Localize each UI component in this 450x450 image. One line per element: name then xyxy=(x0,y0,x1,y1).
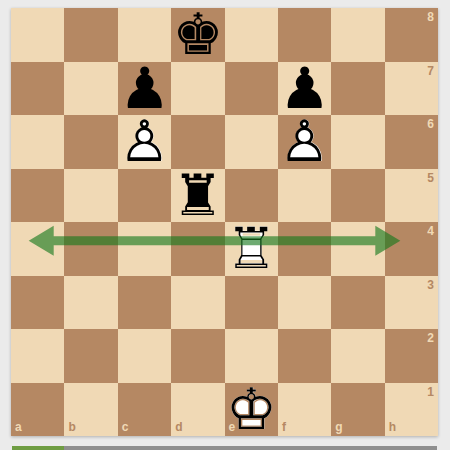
piece-outline-layer: ♔ xyxy=(225,383,278,437)
square-f7[interactable]: ♟ xyxy=(278,62,331,116)
square-a2[interactable] xyxy=(11,329,64,383)
square-g3[interactable] xyxy=(331,276,384,330)
square-h7[interactable]: 7 xyxy=(385,62,438,116)
square-d8[interactable]: ♚ xyxy=(171,8,224,62)
square-b3[interactable] xyxy=(64,276,117,330)
square-d2[interactable] xyxy=(171,329,224,383)
piece-fill-layer: ♚ xyxy=(171,8,224,62)
square-g6[interactable] xyxy=(331,115,384,169)
square-g7[interactable] xyxy=(331,62,384,116)
piece-white-rook[interactable]: ♜♖ xyxy=(225,222,278,276)
rank-label-5: 5 xyxy=(427,172,434,184)
piece-black-rook[interactable]: ♜ xyxy=(171,169,224,223)
square-g1[interactable]: g xyxy=(331,383,384,437)
piece-outline-layer: ♙ xyxy=(278,115,331,169)
square-h6[interactable]: 6 xyxy=(385,115,438,169)
square-c8[interactable] xyxy=(118,8,171,62)
file-label-b: b xyxy=(68,421,75,433)
square-c3[interactable] xyxy=(118,276,171,330)
square-e3[interactable] xyxy=(225,276,278,330)
square-f6[interactable]: ♟♙ xyxy=(278,115,331,169)
piece-fill-layer: ♟ xyxy=(278,62,331,116)
square-d6[interactable] xyxy=(171,115,224,169)
square-a3[interactable] xyxy=(11,276,64,330)
square-e6[interactable] xyxy=(225,115,278,169)
square-h4[interactable]: 4 xyxy=(385,222,438,276)
piece-white-pawn[interactable]: ♟♙ xyxy=(118,115,171,169)
square-d3[interactable] xyxy=(171,276,224,330)
square-e1[interactable]: e♚♔ xyxy=(225,383,278,437)
page: ♚8♟♟7♟♙♟♙6♜5♜♖432abcde♚♔fg1h xyxy=(0,0,450,450)
square-h2[interactable]: 2 xyxy=(385,329,438,383)
square-b1[interactable]: b xyxy=(64,383,117,437)
square-f1[interactable]: f xyxy=(278,383,331,437)
square-d1[interactable]: d xyxy=(171,383,224,437)
square-e8[interactable] xyxy=(225,8,278,62)
square-a7[interactable] xyxy=(11,62,64,116)
piece-white-pawn[interactable]: ♟♙ xyxy=(278,115,331,169)
square-f2[interactable] xyxy=(278,329,331,383)
rank-label-2: 2 xyxy=(427,332,434,344)
square-c5[interactable] xyxy=(118,169,171,223)
square-h3[interactable]: 3 xyxy=(385,276,438,330)
chess-board: ♚8♟♟7♟♙♟♙6♜5♜♖432abcde♚♔fg1h xyxy=(11,8,438,436)
square-g5[interactable] xyxy=(331,169,384,223)
square-b8[interactable] xyxy=(64,8,117,62)
square-b4[interactable] xyxy=(64,222,117,276)
square-c6[interactable]: ♟♙ xyxy=(118,115,171,169)
piece-black-king[interactable]: ♚ xyxy=(171,8,224,62)
square-e2[interactable] xyxy=(225,329,278,383)
square-e7[interactable] xyxy=(225,62,278,116)
file-label-c: c xyxy=(122,421,129,433)
rank-label-7: 7 xyxy=(427,65,434,77)
square-d7[interactable] xyxy=(171,62,224,116)
square-b2[interactable] xyxy=(64,329,117,383)
square-b5[interactable] xyxy=(64,169,117,223)
file-label-g: g xyxy=(335,421,342,433)
square-h1[interactable]: 1h xyxy=(385,383,438,437)
bottom-progress-bar[interactable] xyxy=(12,446,437,450)
rank-label-4: 4 xyxy=(427,225,434,237)
square-c2[interactable] xyxy=(118,329,171,383)
square-a4[interactable] xyxy=(11,222,64,276)
file-label-a: a xyxy=(15,421,22,433)
file-label-h: h xyxy=(389,421,396,433)
square-f5[interactable] xyxy=(278,169,331,223)
square-f4[interactable] xyxy=(278,222,331,276)
square-b7[interactable] xyxy=(64,62,117,116)
rank-label-6: 6 xyxy=(427,118,434,130)
piece-outline-layer: ♙ xyxy=(118,115,171,169)
square-h5[interactable]: 5 xyxy=(385,169,438,223)
file-label-d: d xyxy=(175,421,182,433)
square-c1[interactable]: c xyxy=(118,383,171,437)
rank-label-1: 1 xyxy=(427,386,434,398)
piece-fill-layer: ♟ xyxy=(118,62,171,116)
rank-label-8: 8 xyxy=(427,11,434,23)
square-h8[interactable]: 8 xyxy=(385,8,438,62)
square-e5[interactable] xyxy=(225,169,278,223)
piece-black-pawn[interactable]: ♟ xyxy=(118,62,171,116)
rank-label-3: 3 xyxy=(427,279,434,291)
square-a6[interactable] xyxy=(11,115,64,169)
square-a8[interactable] xyxy=(11,8,64,62)
square-f3[interactable] xyxy=(278,276,331,330)
file-label-f: f xyxy=(282,421,286,433)
square-c4[interactable] xyxy=(118,222,171,276)
piece-black-pawn[interactable]: ♟ xyxy=(278,62,331,116)
square-e4[interactable]: ♜♖ xyxy=(225,222,278,276)
piece-outline-layer: ♖ xyxy=(225,222,278,276)
square-g4[interactable] xyxy=(331,222,384,276)
square-g2[interactable] xyxy=(331,329,384,383)
square-a5[interactable] xyxy=(11,169,64,223)
square-a1[interactable]: a xyxy=(11,383,64,437)
square-d4[interactable] xyxy=(171,222,224,276)
progress-fill xyxy=(12,446,64,450)
square-g8[interactable] xyxy=(331,8,384,62)
square-d5[interactable]: ♜ xyxy=(171,169,224,223)
square-f8[interactable] xyxy=(278,8,331,62)
piece-white-king[interactable]: ♚♔ xyxy=(225,383,278,437)
square-b6[interactable] xyxy=(64,115,117,169)
piece-fill-layer: ♜ xyxy=(171,169,224,223)
square-c7[interactable]: ♟ xyxy=(118,62,171,116)
